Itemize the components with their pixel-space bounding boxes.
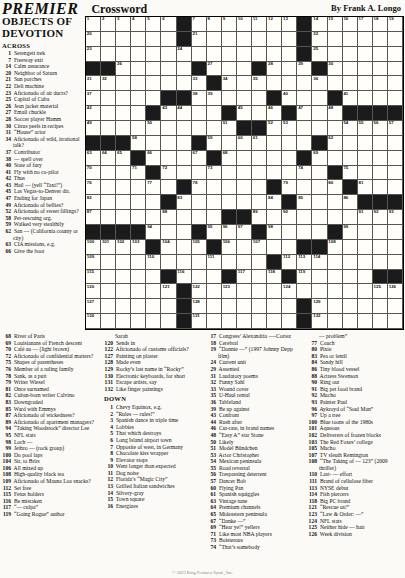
grid-cell[interactable] <box>252 47 267 62</box>
grid-cell[interactable]: 101 <box>101 240 116 255</box>
grid-cell[interactable] <box>192 255 207 270</box>
grid-cell[interactable]: 21 <box>192 32 207 47</box>
grid-cell[interactable]: 15 <box>328 17 343 32</box>
grid-cell[interactable]: 97 <box>237 225 252 240</box>
grid-cell[interactable] <box>343 151 358 166</box>
grid-cell[interactable] <box>358 270 373 285</box>
grid-cell[interactable] <box>116 314 131 329</box>
grid-cell[interactable] <box>282 166 297 181</box>
grid-cell[interactable] <box>131 299 146 314</box>
grid-cell[interactable]: 84 <box>267 195 282 210</box>
grid-cell[interactable] <box>237 32 252 47</box>
grid-cell[interactable] <box>358 91 373 106</box>
grid-cell[interactable]: 40 <box>282 91 297 106</box>
grid-cell[interactable]: 103 <box>131 240 146 255</box>
grid-cell[interactable] <box>146 136 161 151</box>
grid-cell[interactable] <box>312 225 327 240</box>
grid-cell[interactable]: 123 <box>222 284 237 299</box>
grid-cell[interactable] <box>388 255 403 270</box>
grid-cell[interactable]: 76 <box>86 180 101 195</box>
grid-cell[interactable] <box>207 284 222 299</box>
grid-cell[interactable] <box>146 195 161 210</box>
grid-cell[interactable] <box>297 225 312 240</box>
grid-cell[interactable] <box>343 47 358 62</box>
grid-cell[interactable] <box>177 166 192 181</box>
grid-cell[interactable] <box>222 91 237 106</box>
grid-cell[interactable]: 92 <box>373 210 388 225</box>
grid-cell[interactable]: 104 <box>161 240 176 255</box>
grid-cell[interactable] <box>312 121 327 136</box>
grid-cell[interactable]: 110 <box>146 255 161 270</box>
grid-cell[interactable] <box>358 76 373 91</box>
grid-cell[interactable] <box>358 32 373 47</box>
grid-cell[interactable] <box>297 284 312 299</box>
grid-cell[interactable] <box>388 225 403 240</box>
grid-cell[interactable] <box>252 91 267 106</box>
grid-cell[interactable]: 31 <box>86 76 101 91</box>
grid-cell[interactable] <box>131 210 146 225</box>
grid-cell[interactable] <box>116 76 131 91</box>
grid-cell[interactable] <box>146 91 161 106</box>
grid-cell[interactable] <box>146 76 161 91</box>
grid-cell[interactable] <box>237 314 252 329</box>
grid-cell[interactable] <box>343 270 358 285</box>
grid-cell[interactable] <box>192 210 207 225</box>
grid-cell[interactable] <box>222 255 237 270</box>
grid-cell[interactable]: 107 <box>252 240 267 255</box>
grid-cell[interactable] <box>297 180 312 195</box>
grid-cell[interactable] <box>161 76 176 91</box>
grid-cell[interactable] <box>131 180 146 195</box>
grid-cell[interactable] <box>222 62 237 77</box>
grid-cell[interactable]: 25 <box>312 47 327 62</box>
grid-cell[interactable]: 83 <box>177 195 192 210</box>
grid-cell[interactable]: 6 <box>161 17 176 32</box>
grid-cell[interactable] <box>343 210 358 225</box>
grid-cell[interactable] <box>161 299 176 314</box>
grid-cell[interactable]: 111 <box>207 255 222 270</box>
grid-cell[interactable] <box>116 32 131 47</box>
grid-cell[interactable] <box>312 91 327 106</box>
grid-cell[interactable] <box>343 62 358 77</box>
grid-cell[interactable] <box>252 270 267 285</box>
grid-cell[interactable] <box>328 151 343 166</box>
grid-cell[interactable] <box>388 240 403 255</box>
grid-cell[interactable]: 124 <box>282 284 297 299</box>
grid-cell[interactable] <box>358 225 373 240</box>
grid-cell[interactable] <box>267 240 282 255</box>
grid-cell[interactable]: 72 <box>161 166 176 181</box>
grid-cell[interactable]: 20 <box>86 32 101 47</box>
grid-cell[interactable] <box>177 240 192 255</box>
grid-cell[interactable]: 23 <box>86 47 101 62</box>
grid-cell[interactable] <box>328 32 343 47</box>
grid-cell[interactable] <box>297 210 312 225</box>
grid-cell[interactable] <box>328 210 343 225</box>
grid-cell[interactable]: 26 <box>116 62 131 77</box>
grid-cell[interactable] <box>328 299 343 314</box>
grid-cell[interactable] <box>101 210 116 225</box>
grid-cell[interactable] <box>222 47 237 62</box>
grid-cell[interactable]: 125 <box>373 284 388 299</box>
grid-cell[interactable]: 51 <box>222 121 237 136</box>
grid-cell[interactable]: 119 <box>297 270 312 285</box>
grid-cell[interactable] <box>312 270 327 285</box>
grid-cell[interactable]: 27 <box>207 62 222 77</box>
grid-cell[interactable] <box>161 136 176 151</box>
grid-cell[interactable] <box>373 299 388 314</box>
grid-cell[interactable] <box>116 91 131 106</box>
grid-cell[interactable] <box>282 151 297 166</box>
grid-cell[interactable]: 59 <box>207 136 222 151</box>
grid-cell[interactable] <box>282 299 297 314</box>
grid-cell[interactable]: 48 <box>328 106 343 121</box>
grid-cell[interactable]: 4 <box>131 17 146 32</box>
grid-cell[interactable] <box>177 76 192 91</box>
grid-cell[interactable]: 94 <box>146 225 161 240</box>
grid-cell[interactable] <box>252 32 267 47</box>
grid-cell[interactable] <box>237 195 252 210</box>
grid-cell[interactable] <box>131 47 146 62</box>
grid-cell[interactable] <box>282 240 297 255</box>
grid-cell[interactable] <box>116 106 131 121</box>
grid-cell[interactable] <box>116 195 131 210</box>
grid-cell[interactable] <box>388 180 403 195</box>
grid-cell[interactable] <box>328 195 343 210</box>
grid-cell[interactable] <box>388 151 403 166</box>
grid-cell[interactable]: 71 <box>131 166 146 181</box>
grid-cell[interactable]: 61 <box>252 136 267 151</box>
grid-cell[interactable] <box>161 180 176 195</box>
grid-cell[interactable]: 46 <box>267 106 282 121</box>
grid-cell[interactable]: 131 <box>192 314 207 329</box>
grid-cell[interactable]: 109 <box>86 255 101 270</box>
grid-cell[interactable] <box>131 121 146 136</box>
grid-cell[interactable] <box>312 284 327 299</box>
grid-cell[interactable] <box>358 47 373 62</box>
grid-cell[interactable] <box>373 255 388 270</box>
grid-cell[interactable]: 50 <box>146 121 161 136</box>
grid-cell[interactable]: 77 <box>146 180 161 195</box>
grid-cell[interactable] <box>192 47 207 62</box>
grid-cell[interactable] <box>267 314 282 329</box>
grid-cell[interactable] <box>116 210 131 225</box>
grid-cell[interactable] <box>252 255 267 270</box>
grid-cell[interactable]: 17 <box>358 17 373 32</box>
grid-cell[interactable] <box>252 284 267 299</box>
grid-cell[interactable] <box>267 32 282 47</box>
grid-cell[interactable] <box>267 299 282 314</box>
grid-cell[interactable] <box>207 180 222 195</box>
grid-cell[interactable]: 18 <box>373 17 388 32</box>
grid-cell[interactable]: 108 <box>328 240 343 255</box>
grid-cell[interactable] <box>282 136 297 151</box>
grid-cell[interactable] <box>343 299 358 314</box>
grid-cell[interactable] <box>131 62 146 77</box>
grid-cell[interactable] <box>388 314 403 329</box>
grid-cell[interactable]: 93 <box>388 210 403 225</box>
grid-cell[interactable] <box>373 240 388 255</box>
grid-cell[interactable]: 91 <box>358 210 373 225</box>
grid-cell[interactable] <box>116 121 131 136</box>
grid-cell[interactable] <box>237 47 252 62</box>
grid-cell[interactable]: 106 <box>222 240 237 255</box>
grid-cell[interactable] <box>343 240 358 255</box>
grid-cell[interactable] <box>192 166 207 181</box>
grid-cell[interactable] <box>146 314 161 329</box>
grid-cell[interactable] <box>267 47 282 62</box>
grid-cell[interactable]: 54 <box>343 121 358 136</box>
grid-cell[interactable]: 3 <box>116 17 131 32</box>
grid-cell[interactable]: 38 <box>192 91 207 106</box>
grid-cell[interactable]: 70 <box>86 166 101 181</box>
grid-cell[interactable] <box>282 62 297 77</box>
grid-cell[interactable] <box>237 62 252 77</box>
grid-cell[interactable]: 129 <box>312 299 327 314</box>
grid-cell[interactable] <box>116 284 131 299</box>
grid-cell[interactable]: 14 <box>312 17 327 32</box>
grid-cell[interactable] <box>267 166 282 181</box>
grid-cell[interactable] <box>237 299 252 314</box>
grid-cell[interactable]: 33 <box>192 76 207 91</box>
grid-cell[interactable]: 80 <box>328 180 343 195</box>
grid-cell[interactable]: 60 <box>237 136 252 151</box>
grid-cell[interactable] <box>207 195 222 210</box>
grid-cell[interactable] <box>131 106 146 121</box>
grid-cell[interactable] <box>388 32 403 47</box>
grid-cell[interactable]: 47 <box>297 106 312 121</box>
grid-cell[interactable]: 5 <box>146 17 161 32</box>
grid-cell[interactable]: 19 <box>388 17 403 32</box>
grid-cell[interactable]: 81 <box>358 180 373 195</box>
grid-cell[interactable] <box>373 91 388 106</box>
grid-cell[interactable]: 79 <box>282 180 297 195</box>
grid-cell[interactable] <box>237 76 252 91</box>
grid-cell[interactable]: 68 <box>222 151 237 166</box>
grid-cell[interactable] <box>101 121 116 136</box>
grid-cell[interactable] <box>237 91 252 106</box>
grid-cell[interactable] <box>282 225 297 240</box>
grid-cell[interactable]: 8 <box>207 17 222 32</box>
grid-cell[interactable] <box>312 106 327 121</box>
grid-cell[interactable] <box>146 210 161 225</box>
grid-cell[interactable]: 121 <box>161 284 176 299</box>
grid-cell[interactable] <box>222 166 237 181</box>
grid-cell[interactable] <box>312 166 327 181</box>
grid-cell[interactable] <box>373 62 388 77</box>
grid-cell[interactable]: 43 <box>161 106 176 121</box>
grid-cell[interactable] <box>177 151 192 166</box>
grid-cell[interactable] <box>358 299 373 314</box>
grid-cell[interactable] <box>267 210 282 225</box>
grid-cell[interactable]: 118 <box>267 270 282 285</box>
grid-cell[interactable] <box>116 299 131 314</box>
grid-cell[interactable] <box>328 255 343 270</box>
grid-cell[interactable] <box>207 106 222 121</box>
grid-cell[interactable]: 98 <box>267 225 282 240</box>
grid-cell[interactable]: 69 <box>312 151 327 166</box>
grid-cell[interactable]: 49 <box>86 121 101 136</box>
grid-cell[interactable] <box>237 151 252 166</box>
grid-cell[interactable] <box>237 240 252 255</box>
grid-cell[interactable] <box>207 299 222 314</box>
grid-cell[interactable]: 55 <box>358 121 373 136</box>
grid-cell[interactable]: 12 <box>267 17 282 32</box>
grid-cell[interactable]: 66 <box>146 151 161 166</box>
grid-cell[interactable] <box>101 284 116 299</box>
grid-cell[interactable] <box>237 255 252 270</box>
grid-cell[interactable] <box>388 62 403 77</box>
grid-cell[interactable]: 41 <box>343 91 358 106</box>
grid-cell[interactable] <box>207 210 222 225</box>
grid-cell[interactable]: 88 <box>161 210 176 225</box>
grid-cell[interactable] <box>131 195 146 210</box>
grid-cell[interactable] <box>358 284 373 299</box>
grid-cell[interactable]: 52 <box>267 121 282 136</box>
grid-cell[interactable] <box>146 32 161 47</box>
grid-cell[interactable] <box>312 210 327 225</box>
grid-cell[interactable] <box>388 299 403 314</box>
grid-cell[interactable] <box>116 270 131 285</box>
grid-cell[interactable] <box>388 47 403 62</box>
grid-cell[interactable] <box>267 284 282 299</box>
grid-cell[interactable] <box>116 47 131 62</box>
grid-cell[interactable]: 100 <box>86 240 101 255</box>
grid-cell[interactable] <box>192 121 207 136</box>
grid-cell[interactable]: 99 <box>343 225 358 240</box>
grid-cell[interactable] <box>297 91 312 106</box>
grid-cell[interactable]: 73 <box>207 166 222 181</box>
grid-cell[interactable] <box>373 76 388 91</box>
grid-cell[interactable]: 75 <box>343 166 358 181</box>
grid-cell[interactable] <box>373 225 388 240</box>
grid-cell[interactable] <box>388 166 403 181</box>
grid-cell[interactable] <box>177 255 192 270</box>
grid-cell[interactable] <box>192 195 207 210</box>
grid-cell[interactable]: 34 <box>222 76 237 91</box>
grid-cell[interactable]: 89 <box>252 210 267 225</box>
grid-cell[interactable] <box>358 240 373 255</box>
grid-cell[interactable] <box>131 270 146 285</box>
grid-cell[interactable]: 114 <box>312 255 327 270</box>
grid-cell[interactable] <box>373 314 388 329</box>
grid-cell[interactable] <box>116 255 131 270</box>
grid-cell[interactable] <box>192 106 207 121</box>
grid-cell[interactable] <box>146 47 161 62</box>
grid-cell[interactable] <box>237 166 252 181</box>
grid-cell[interactable] <box>101 91 116 106</box>
grid-cell[interactable] <box>146 62 161 77</box>
grid-cell[interactable] <box>177 210 192 225</box>
grid-cell[interactable] <box>131 255 146 270</box>
grid-cell[interactable] <box>237 284 252 299</box>
grid-cell[interactable] <box>161 225 176 240</box>
grid-cell[interactable] <box>101 47 116 62</box>
grid-cell[interactable] <box>328 47 343 62</box>
grid-cell[interactable]: 56 <box>373 121 388 136</box>
grid-cell[interactable] <box>222 195 237 210</box>
grid-cell[interactable] <box>343 255 358 270</box>
grid-cell[interactable] <box>343 76 358 91</box>
grid-cell[interactable] <box>328 121 343 136</box>
grid-cell[interactable] <box>343 284 358 299</box>
grid-cell[interactable] <box>328 270 343 285</box>
grid-cell[interactable] <box>207 121 222 136</box>
grid-cell[interactable] <box>373 151 388 166</box>
grid-cell[interactable]: 102 <box>116 240 131 255</box>
grid-cell[interactable] <box>101 270 116 285</box>
grid-cell[interactable]: 2 <box>101 17 116 32</box>
grid-cell[interactable] <box>207 47 222 62</box>
grid-cell[interactable] <box>328 76 343 91</box>
grid-cell[interactable] <box>116 166 131 181</box>
grid-cell[interactable] <box>101 32 116 47</box>
grid-cell[interactable] <box>131 32 146 47</box>
grid-cell[interactable] <box>131 284 146 299</box>
crossword-grid[interactable]: 1234567891011121314151617181920212223242… <box>85 16 404 330</box>
grid-cell[interactable] <box>161 62 176 77</box>
grid-cell[interactable]: 13 <box>282 17 297 32</box>
grid-cell[interactable]: 44 <box>177 106 192 121</box>
grid-cell[interactable]: 22 <box>312 32 327 47</box>
grid-cell[interactable]: 11 <box>252 17 267 32</box>
grid-cell[interactable] <box>161 314 176 329</box>
grid-cell[interactable]: 132 <box>312 314 327 329</box>
grid-cell[interactable]: 95 <box>207 225 222 240</box>
grid-cell[interactable] <box>388 136 403 151</box>
grid-cell[interactable] <box>101 180 116 195</box>
grid-cell[interactable] <box>267 76 282 91</box>
grid-cell[interactable] <box>343 32 358 47</box>
grid-cell[interactable]: 53 <box>282 121 297 136</box>
grid-cell[interactable]: 45 <box>237 106 252 121</box>
grid-cell[interactable]: 74 <box>297 166 312 181</box>
grid-cell[interactable]: 86 <box>343 195 358 210</box>
grid-cell[interactable] <box>282 47 297 62</box>
grid-cell[interactable] <box>192 270 207 285</box>
grid-cell[interactable]: 87 <box>86 210 101 225</box>
grid-cell[interactable] <box>358 314 373 329</box>
grid-cell[interactable]: 57 <box>388 121 403 136</box>
grid-cell[interactable]: 62 <box>328 136 343 151</box>
grid-cell[interactable]: 90 <box>282 210 297 225</box>
grid-cell[interactable] <box>267 136 282 151</box>
grid-cell[interactable] <box>282 32 297 47</box>
grid-cell[interactable] <box>146 284 161 299</box>
grid-cell[interactable] <box>312 195 327 210</box>
grid-cell[interactable]: 128 <box>192 299 207 314</box>
grid-cell[interactable]: 35 <box>252 76 267 91</box>
grid-cell[interactable]: 9 <box>222 17 237 32</box>
grid-cell[interactable] <box>177 225 192 240</box>
grid-cell[interactable]: 10 <box>237 17 252 32</box>
grid-cell[interactable]: 37 <box>86 91 101 106</box>
grid-cell[interactable]: 117 <box>237 270 252 285</box>
grid-cell[interactable] <box>252 180 267 195</box>
grid-cell[interactable] <box>343 314 358 329</box>
grid-cell[interactable] <box>388 91 403 106</box>
grid-cell[interactable]: 36 <box>312 76 327 91</box>
grid-cell[interactable] <box>101 314 116 329</box>
grid-cell[interactable] <box>131 76 146 91</box>
grid-cell[interactable] <box>161 32 176 47</box>
grid-cell[interactable]: 127 <box>86 299 101 314</box>
grid-cell[interactable] <box>131 91 146 106</box>
grid-cell[interactable]: 63 <box>86 151 101 166</box>
grid-cell[interactable] <box>297 121 312 136</box>
grid-cell[interactable] <box>161 255 176 270</box>
grid-cell[interactable] <box>116 180 131 195</box>
